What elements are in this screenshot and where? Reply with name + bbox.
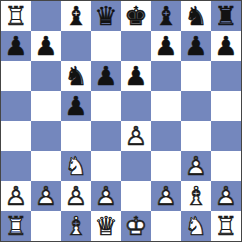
piece-black-knight[interactable]: ♞ <box>61 61 91 91</box>
piece-black-pawn[interactable]: ♟ <box>91 61 121 91</box>
square-b3[interactable] <box>31 151 61 181</box>
square-a8[interactable]: ♜♖ <box>1 1 31 31</box>
square-c2[interactable]: ♟♙ <box>61 181 91 211</box>
black-piece-body: ♝ <box>151 1 181 31</box>
piece-white-pawn[interactable]: ♟♙ <box>91 181 121 211</box>
piece-white-pawn[interactable]: ♟♙ <box>31 181 61 211</box>
square-d6[interactable]: ♟ <box>91 61 121 91</box>
square-h1[interactable]: ♜♖ <box>211 211 241 241</box>
square-b4[interactable] <box>31 121 61 151</box>
white-piece-outline: ♗ <box>61 211 91 241</box>
square-a6[interactable] <box>1 61 31 91</box>
square-g3[interactable]: ♟♙ <box>181 151 211 181</box>
white-piece-outline: ♙ <box>31 181 61 211</box>
square-a7[interactable]: ♟ <box>1 31 31 61</box>
square-g1[interactable]: ♞♘ <box>181 211 211 241</box>
square-e1[interactable]: ♚♔ <box>121 211 151 241</box>
black-piece-body: ♟ <box>91 61 121 91</box>
square-d4[interactable] <box>91 121 121 151</box>
square-f5[interactable] <box>151 91 181 121</box>
white-piece-outline: ♙ <box>1 181 31 211</box>
white-piece-outline: ♙ <box>91 181 121 211</box>
piece-white-king[interactable]: ♚♔ <box>121 211 151 241</box>
square-g5[interactable] <box>181 91 211 121</box>
square-b5[interactable] <box>31 91 61 121</box>
black-piece-body: ♝ <box>61 1 91 31</box>
piece-black-bishop[interactable]: ♝ <box>151 1 181 31</box>
square-d8[interactable]: ♛ <box>91 1 121 31</box>
black-piece-body: ♜ <box>211 1 241 31</box>
black-piece-body: ♟ <box>121 61 151 91</box>
piece-white-queen[interactable]: ♛♕ <box>91 211 121 241</box>
square-d2[interactable]: ♟♙ <box>91 181 121 211</box>
square-d3[interactable] <box>91 151 121 181</box>
square-c6[interactable]: ♞ <box>61 61 91 91</box>
square-h4[interactable] <box>211 121 241 151</box>
square-a1[interactable]: ♜♖ <box>1 211 31 241</box>
white-piece-outline: ♗ <box>181 181 211 211</box>
square-b8[interactable] <box>31 1 61 31</box>
square-h6[interactable] <box>211 61 241 91</box>
white-piece-outline: ♙ <box>61 181 91 211</box>
square-c1[interactable]: ♝♗ <box>61 211 91 241</box>
square-d1[interactable]: ♛♕ <box>91 211 121 241</box>
square-h2[interactable]: ♟♙ <box>211 181 241 211</box>
black-piece-body: ♟ <box>1 31 31 61</box>
square-b6[interactable] <box>31 61 61 91</box>
square-e6[interactable]: ♟ <box>121 61 151 91</box>
square-d7[interactable] <box>91 31 121 61</box>
square-b7[interactable]: ♟ <box>31 31 61 61</box>
white-piece-outline: ♙ <box>181 151 211 181</box>
square-d5[interactable] <box>91 91 121 121</box>
black-piece-body: ♞ <box>181 1 211 31</box>
piece-black-queen[interactable]: ♛ <box>91 1 121 31</box>
square-g2[interactable]: ♝♗ <box>181 181 211 211</box>
square-a2[interactable]: ♟♙ <box>1 181 31 211</box>
piece-white-pawn[interactable]: ♟♙ <box>61 181 91 211</box>
piece-white-pawn[interactable]: ♟♙ <box>151 181 181 211</box>
white-piece-outline: ♔ <box>121 211 151 241</box>
square-g8[interactable]: ♞ <box>181 1 211 31</box>
square-f6[interactable] <box>151 61 181 91</box>
piece-white-pawn[interactable]: ♟♙ <box>121 121 151 151</box>
piece-white-bishop[interactable]: ♝♗ <box>181 181 211 211</box>
square-a4[interactable] <box>1 121 31 151</box>
black-piece-body: ♚ <box>121 1 151 31</box>
black-piece-body: ♞ <box>61 61 91 91</box>
black-piece-body: ♟ <box>31 31 61 61</box>
piece-white-rook[interactable]: ♜♖ <box>211 211 241 241</box>
square-e5[interactable] <box>121 91 151 121</box>
piece-white-pawn[interactable]: ♟♙ <box>211 181 241 211</box>
square-f3[interactable] <box>151 151 181 181</box>
piece-black-pawn[interactable]: ♟ <box>211 31 241 61</box>
white-piece-outline: ♙ <box>121 121 151 151</box>
square-h3[interactable] <box>211 151 241 181</box>
white-piece-outline: ♖ <box>1 211 31 241</box>
white-piece-outline: ♖ <box>211 211 241 241</box>
square-f8[interactable]: ♝ <box>151 1 181 31</box>
piece-white-rook[interactable]: ♜♖ <box>1 211 31 241</box>
square-g6[interactable] <box>181 61 211 91</box>
square-e8[interactable]: ♚ <box>121 1 151 31</box>
piece-black-pawn[interactable]: ♟ <box>31 31 61 61</box>
board-frame: ♜♖♝♛♚♝♞♜♟♟♟♟♟♞♟♟♟♟♙♞♘♟♙♟♙♟♙♟♙♟♙♟♙♝♗♟♙♜♖♝… <box>0 0 242 242</box>
white-piece-outline: ♙ <box>151 181 181 211</box>
piece-black-pawn[interactable]: ♟ <box>151 31 181 61</box>
piece-white-pawn[interactable]: ♟♙ <box>1 181 31 211</box>
square-e3[interactable] <box>121 151 151 181</box>
square-g4[interactable] <box>181 121 211 151</box>
square-a3[interactable] <box>1 151 31 181</box>
piece-black-rook[interactable]: ♜ <box>211 1 241 31</box>
piece-white-rook[interactable]: ♜♖ <box>1 1 31 31</box>
square-f1[interactable] <box>151 211 181 241</box>
square-c7[interactable] <box>61 31 91 61</box>
square-h5[interactable] <box>211 91 241 121</box>
white-piece-outline: ♕ <box>91 211 121 241</box>
square-h8[interactable]: ♜ <box>211 1 241 31</box>
square-c3[interactable]: ♞♘ <box>61 151 91 181</box>
black-piece-body: ♟ <box>151 31 181 61</box>
piece-black-bishop[interactable]: ♝ <box>61 1 91 31</box>
piece-black-pawn[interactable]: ♟ <box>1 31 31 61</box>
square-e4[interactable]: ♟♙ <box>121 121 151 151</box>
white-piece-outline: ♘ <box>61 151 91 181</box>
piece-black-knight[interactable]: ♞ <box>181 1 211 31</box>
piece-black-pawn[interactable]: ♟ <box>181 31 211 61</box>
piece-white-pawn[interactable]: ♟♙ <box>181 151 211 181</box>
square-f7[interactable]: ♟ <box>151 31 181 61</box>
square-g7[interactable]: ♟ <box>181 31 211 61</box>
piece-black-king[interactable]: ♚ <box>121 1 151 31</box>
white-piece-outline: ♖ <box>1 1 31 31</box>
piece-white-bishop[interactable]: ♝♗ <box>61 211 91 241</box>
square-e2[interactable] <box>121 181 151 211</box>
black-piece-body: ♛ <box>91 1 121 31</box>
piece-white-knight[interactable]: ♞♘ <box>181 211 211 241</box>
square-a5[interactable] <box>1 91 31 121</box>
white-piece-outline: ♙ <box>211 181 241 211</box>
square-f4[interactable] <box>151 121 181 151</box>
square-c5[interactable]: ♟ <box>61 91 91 121</box>
piece-white-knight[interactable]: ♞♘ <box>61 151 91 181</box>
piece-black-pawn[interactable]: ♟ <box>61 91 91 121</box>
black-piece-body: ♟ <box>181 31 211 61</box>
square-b2[interactable]: ♟♙ <box>31 181 61 211</box>
piece-black-pawn[interactable]: ♟ <box>121 61 151 91</box>
square-c4[interactable] <box>61 121 91 151</box>
chess-board: ♜♖♝♛♚♝♞♜♟♟♟♟♟♞♟♟♟♟♙♞♘♟♙♟♙♟♙♟♙♟♙♟♙♝♗♟♙♜♖♝… <box>1 1 241 241</box>
square-f2[interactable]: ♟♙ <box>151 181 181 211</box>
square-b1[interactable] <box>31 211 61 241</box>
black-piece-body: ♟ <box>211 31 241 61</box>
square-h7[interactable]: ♟ <box>211 31 241 61</box>
square-c8[interactable]: ♝ <box>61 1 91 31</box>
square-e7[interactable] <box>121 31 151 61</box>
black-piece-body: ♟ <box>61 91 91 121</box>
white-piece-outline: ♘ <box>181 211 211 241</box>
